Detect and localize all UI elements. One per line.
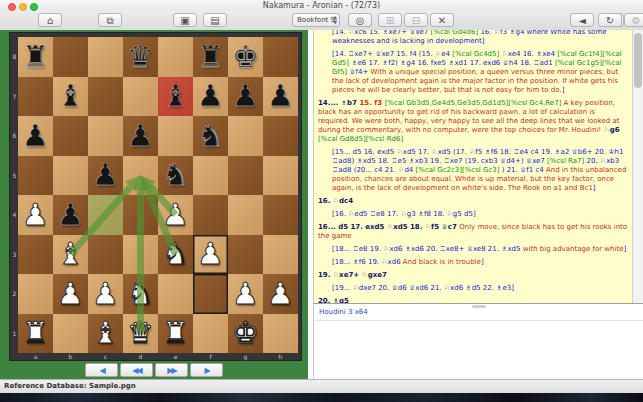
desktop-dock-strip — [0, 393, 643, 402]
white-piece-h2[interactable]: ♟ — [263, 274, 298, 314]
square-g8[interactable]: ♚ — [228, 37, 263, 77]
white-piece-b3[interactable]: ♝ — [53, 235, 88, 275]
reference-database-label: Reference Database: Sample.pgn — [4, 382, 136, 390]
square-e4[interactable]: ♟ — [158, 195, 193, 235]
notation-segment[interactable]: [14. ♖xe7+ ♕xe7 15. f4 (15. ♘e4 — [332, 50, 452, 58]
fast-back-button[interactable]: ◀◀ — [120, 363, 153, 377]
black-piece-a6[interactable]: ♟ — [18, 116, 53, 156]
notation-segment[interactable]: 14.... ♗b7 — [318, 99, 359, 107]
square-c5[interactable]: ♟ — [88, 156, 123, 196]
engine-pane: Houdini 3 x64 — [313, 303, 643, 379]
black-piece-e5[interactable]: ♞ — [158, 156, 193, 196]
square-d8[interactable]: ♛ — [123, 37, 158, 77]
square-h1[interactable] — [263, 314, 298, 354]
square-c2[interactable]: ♟ — [88, 274, 123, 314]
notation-paragraph-7[interactable]: [18... ♖e8 19. ♘xd6 ♗xd6 20. ♖xe8+ ♕xe8 … — [318, 245, 628, 254]
step-forward-button[interactable]: ▶ — [190, 363, 223, 377]
black-piece-h7[interactable]: ♟ — [263, 77, 298, 117]
square-f7[interactable]: ♟ — [193, 77, 228, 117]
square-h8[interactable] — [263, 37, 298, 77]
square-d4[interactable] — [123, 195, 158, 235]
notation-segment[interactable]: [%cal Gd8d5][%csl Rd6] — [318, 135, 403, 143]
square-c3[interactable] — [88, 235, 123, 275]
square-a8[interactable]: ♜ — [18, 37, 53, 77]
notation-segment[interactable]: [%cal Gd4d6] — [431, 30, 479, 36]
notation-segment[interactable]: ] — [562, 86, 565, 94]
square-f5[interactable] — [193, 156, 228, 196]
scrollbar-thumb[interactable] — [634, 33, 642, 88]
white-piece-e4[interactable]: ♟ — [158, 195, 193, 235]
notation-segment[interactable]: ] — [624, 245, 627, 253]
fast-forward-button[interactable]: ▶▶ — [155, 363, 188, 377]
notation-segment[interactable]: ) 21. ♕f1 c4 — [499, 166, 545, 174]
white-piece-b2[interactable]: ♟ — [53, 274, 88, 314]
white-piece-d2[interactable]: ♞ — [123, 274, 158, 314]
square-g1[interactable]: ♚ — [228, 314, 263, 354]
settings-button[interactable]: ⚙ — [624, 13, 643, 27]
remove-variation-button[interactable]: ⊟ — [404, 13, 428, 27]
square-a3[interactable] — [18, 235, 53, 275]
notation-segment[interactable]: [%cal Gc4d5] — [452, 50, 499, 58]
white-piece-f3[interactable]: ♟ — [193, 235, 228, 275]
title-bar: Nakamura - Aronian - (72/73) — [0, 0, 643, 11]
square-a1[interactable]: ♜ — [18, 314, 53, 354]
square-d3[interactable] — [123, 235, 158, 275]
square-a6[interactable]: ♟ — [18, 116, 53, 156]
font-size-dropdown[interactable]: Bookfont 9 ▲▼ — [292, 13, 340, 27]
save-as-button[interactable]: ▤ — [203, 13, 227, 27]
square-a5[interactable] — [18, 156, 53, 196]
square-b8[interactable] — [53, 37, 88, 77]
notation-segment[interactable]: 16... d5 17. exd5 ♘xd5 18. ♘f5 ♕c7 — [318, 223, 459, 231]
square-e5[interactable]: ♞ — [158, 156, 193, 196]
black-piece-e7[interactable]: ♝ — [158, 77, 193, 117]
square-e1[interactable]: ♜ — [158, 314, 193, 354]
square-b6[interactable] — [53, 116, 88, 156]
black-piece-g8[interactable]: ♚ — [228, 37, 263, 77]
new-window-icon[interactable]: ⧉ — [98, 13, 122, 27]
notation-paragraph-1[interactable]: [14. ♖xe7+ ♕xe7 15. f4 (15. ♘e4 [%cal Gc… — [318, 50, 628, 95]
square-g3[interactable] — [228, 235, 263, 275]
square-d7[interactable] — [123, 77, 158, 117]
square-c4[interactable] — [88, 195, 123, 235]
square-h6[interactable] — [263, 116, 298, 156]
white-piece-d1[interactable]: ♛ — [123, 314, 158, 354]
square-h5[interactable] — [263, 156, 298, 196]
engine-label: Houdini 3 x64 — [319, 308, 368, 316]
notation-paragraph-3[interactable]: [15... d5 16. exd5 ♘xd5 17. ♘xd5 (17. ♘f… — [318, 148, 628, 193]
white-piece-a4[interactable]: ♟ — [18, 195, 53, 235]
notation-paragraph-0[interactable]: [14. ♘xc6 15. ♗xe7+ ♕xe7 [%cal Gd4d6] 16… — [318, 30, 628, 46]
notation-segment[interactable]: 16. ♘dc4 — [318, 197, 353, 205]
square-g6[interactable] — [228, 116, 263, 156]
square-f1[interactable] — [193, 314, 228, 354]
toolbar: Bookfont 9 ▲▼ ⌂⧉▣▤◎⊞⊟✕◄☛✎↶▦↻⚙ — [0, 11, 643, 31]
square-d6[interactable]: ♟ — [123, 116, 158, 156]
square-h4[interactable] — [263, 195, 298, 235]
square-b3[interactable]: ♝ — [53, 235, 88, 275]
black-piece-b7[interactable]: ♝ — [53, 77, 88, 117]
black-piece-g7[interactable]: ♟ — [228, 77, 263, 117]
step-back-button[interactable]: ◀ — [85, 363, 118, 377]
annotation-button[interactable]: ◎ — [348, 13, 372, 27]
white-piece-a1[interactable]: ♜ — [18, 314, 53, 354]
chess-board-frame: 87654321 ♜♛♜♚♝♝♟♟♟♟♟♞♟♞♟♟♟♝♞♟♟♟♞♟♟♜♝♛♜♚ … — [9, 32, 302, 361]
black-piece-f7[interactable]: ♟ — [193, 77, 228, 117]
square-f2[interactable] — [193, 274, 228, 314]
font-size-label: Bookfont 9 — [297, 16, 335, 24]
notation-segment[interactable]: [18... ♗f6 19. ♘xd6 — [332, 258, 403, 266]
notation-scrollbar[interactable] — [632, 30, 643, 303]
square-f4[interactable] — [193, 195, 228, 235]
square-f6[interactable]: ♞ — [193, 116, 228, 156]
notation-segment[interactable]: [19... ♘dxe7 20. ♕d6 ♕xd6 21. ♘xd6 ♗d5 2… — [332, 284, 514, 292]
notation-segment[interactable]: [14. ♘xc6 15. ♗xe7+ ♕xe7 — [332, 30, 431, 36]
board-panel: 87654321 ♜♛♜♚♝♝♟♟♟♟♟♞♟♞♟♟♟♝♞♟♟♟♞♟♟♜♝♛♜♚ … — [0, 30, 308, 379]
notation-segment[interactable]: [%csl Ra7] — [547, 157, 584, 165]
app-window: Nakamura - Aronian - (72/73) Bookfont 9 … — [0, 0, 643, 402]
notation-segment[interactable]: ♕f4+ — [347, 68, 371, 76]
notation-segment[interactable]: ♗e6 17. ♗f2) ♗g4 16. fxe5 ♗xd1 17. exd6 … — [349, 59, 555, 67]
square-b5[interactable] — [53, 156, 88, 196]
notation-segment[interactable]: [%cal Gb3d5,Ge4d5,Ge3d5,Gd1d5][%csl Gc4,… — [385, 99, 562, 107]
square-d5[interactable] — [123, 156, 158, 196]
square-c8[interactable] — [88, 37, 123, 77]
home-button[interactable]: ⌂ — [38, 13, 62, 27]
notation-paragraph-8[interactable]: [18... ♗f6 19. ♘xd6 And black is in trou… — [318, 258, 628, 267]
black-piece-f8[interactable]: ♜ — [193, 37, 228, 77]
black-piece-d8[interactable]: ♛ — [123, 37, 158, 77]
square-g7[interactable]: ♟ — [228, 77, 263, 117]
notation-paragraph-4[interactable]: 16. ♘dc4 — [318, 197, 628, 206]
square-d1[interactable]: ♛ — [123, 314, 158, 354]
square-c1[interactable]: ♝ — [88, 314, 123, 354]
square-c6[interactable] — [88, 116, 123, 156]
square-f8[interactable]: ♜ — [193, 37, 228, 77]
square-g5[interactable] — [228, 156, 263, 196]
notation-segment[interactable]: [%cal Gc2c3][%csl Gc3] — [416, 166, 500, 174]
splitter-handle[interactable] — [472, 305, 486, 308]
notation-segment[interactable]: with big advantage for white — [523, 245, 624, 253]
square-a2[interactable] — [18, 274, 53, 314]
notation-column: [14. ♘xc6 15. ♗xe7+ ♕xe7 [%cal Gd4d6] 16… — [313, 30, 643, 379]
white-piece-e1[interactable]: ♜ — [158, 314, 193, 354]
black-piece-c5[interactable]: ♟ — [88, 156, 123, 196]
notation-paragraph-9[interactable]: 19. ♘xe7+ ♘gxe7 — [318, 271, 628, 280]
notation-segment[interactable]: ♘g6 — [603, 126, 619, 134]
square-b2[interactable]: ♟ — [53, 274, 88, 314]
square-e3[interactable]: ♞ — [158, 235, 193, 275]
square-e7[interactable]: ♝ — [158, 77, 193, 117]
engine-separator — [314, 320, 643, 321]
square-f3[interactable]: ♟ — [193, 235, 228, 275]
black-piece-d6[interactable]: ♟ — [123, 116, 158, 156]
square-g2[interactable]: ♟ — [228, 274, 263, 314]
notation-segment[interactable]: ] — [593, 184, 596, 192]
flip-board-button[interactable]: ↻ — [598, 13, 622, 27]
game-navigation: ◀◀◀▶▶▶ — [0, 363, 308, 377]
square-b4[interactable]: ♟ — [53, 195, 88, 235]
notation-segment[interactable]: ♘xe4 16. ♗xe4 — [499, 50, 557, 58]
square-a7[interactable] — [18, 77, 53, 117]
black-piece-f6[interactable]: ♞ — [193, 116, 228, 156]
notation-pane[interactable]: [14. ♘xc6 15. ♗xe7+ ♕xe7 [%cal Gd4d6] 16… — [313, 30, 632, 303]
square-e6[interactable] — [158, 116, 193, 156]
square-c7[interactable] — [88, 77, 123, 117]
notation-segment[interactable]: And black is in trouble — [403, 258, 481, 266]
square-a4[interactable]: ♟ — [18, 195, 53, 235]
back-arrow-button[interactable]: ◄ — [570, 13, 594, 27]
square-b7[interactable]: ♝ — [53, 77, 88, 117]
add-variation-button[interactable]: ⊞ — [378, 13, 402, 27]
white-piece-e3[interactable]: ♞ — [158, 235, 193, 275]
notation-paragraph-5[interactable]: [16. ♘ed5 ♖e8 17. ♘g3 ♗f8 18. ♘g5 d5] — [318, 210, 628, 219]
notation-segment[interactable]: 19. ♘xe7+ ♘gxe7 — [318, 271, 387, 279]
notation-segment[interactable]: With a unique special position, a queen … — [332, 68, 618, 94]
white-piece-c1[interactable]: ♝ — [88, 314, 123, 354]
notation-paragraph-10[interactable]: [19... ♘dxe7 20. ♕d6 ♕xd6 21. ♘xd6 ♗d5 2… — [318, 284, 628, 293]
white-piece-g1[interactable]: ♚ — [228, 314, 263, 354]
file-labels: abcdefgh — [18, 353, 298, 361]
square-d2[interactable]: ♞ — [123, 274, 158, 314]
save-button[interactable]: ▣ — [173, 13, 197, 27]
black-piece-a8[interactable]: ♜ — [18, 37, 53, 77]
notation-segment[interactable]: [16. ♘ed5 ♖e8 17. ♘g3 ♗f8 18. ♘g5 d5] — [332, 210, 476, 218]
white-piece-g2[interactable]: ♟ — [228, 274, 263, 314]
status-bar: Reference Database: Sample.pgn — [0, 379, 643, 393]
chess-board[interactable]: ♜♛♜♚♝♝♟♟♟♟♟♞♟♞♟♟♟♝♞♟♟♟♞♟♟♜♝♛♜♚ — [18, 37, 298, 353]
black-piece-b4[interactable]: ♟ — [53, 195, 88, 235]
rank-labels: 87654321 — [11, 37, 18, 353]
square-e8[interactable] — [158, 37, 193, 77]
square-h2[interactable]: ♟ — [263, 274, 298, 314]
main-content: 87654321 ♜♛♜♚♝♝♟♟♟♟♟♞♟♞♟♟♟♝♞♟♟♟♞♟♟♜♝♛♜♚ … — [0, 30, 643, 379]
notation-segment[interactable]: ] — [481, 258, 484, 266]
notation-segment[interactable]: [18... ♖e8 19. ♘xd6 ♗xd6 20. ♖xe8+ ♕xe8 … — [332, 245, 523, 253]
white-piece-c2[interactable]: ♟ — [88, 274, 123, 314]
square-e2[interactable] — [158, 274, 193, 314]
window-title: Nakamura - Aronian - (72/73) — [0, 1, 643, 10]
delete-button[interactable]: ✕ — [430, 13, 454, 27]
notation-segment[interactable]: 15. f3 — [359, 99, 384, 107]
square-g4[interactable] — [228, 195, 263, 235]
square-b1[interactable] — [53, 314, 88, 354]
square-h7[interactable]: ♟ — [263, 77, 298, 117]
square-h3[interactable] — [263, 235, 298, 275]
notation-paragraph-6[interactable]: 16... d5 17. exd5 ♘xd5 18. ♘f5 ♕c7 Only … — [318, 223, 628, 241]
notation-paragraph-2[interactable]: 14.... ♗b7 15. f3 [%cal Gb3d5,Ge4d5,Ge3d… — [318, 99, 628, 144]
stepper-arrows-icon: ▲▼ — [333, 15, 337, 25]
